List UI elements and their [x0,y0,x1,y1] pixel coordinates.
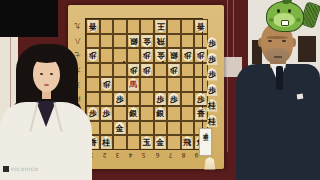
captured-pieces-stand: 歩歩歩歩桂桂 [205,37,219,127]
board-cell[interactable] [140,121,154,136]
file-label: 7 [164,152,177,159]
top-left-dark-panel [0,0,58,37]
board-cell[interactable]: 銀 [167,48,181,63]
board-cell[interactable]: 歩 [140,48,154,63]
star-point [162,61,164,63]
board-cell[interactable]: 歩 [154,92,168,107]
board-cell[interactable]: 金 [154,48,168,63]
board-cell[interactable]: 玉 [140,135,154,150]
commentator-eye [282,40,286,42]
board-cell[interactable] [127,121,141,136]
commentator-mouth [274,56,282,58]
player-name-plate-right: 後手 羽生 [199,128,212,156]
pocket-square [297,94,304,100]
shogi-piece-桂[interactable]: 桂 [206,99,218,112]
board-cell[interactable]: 金 [113,121,127,136]
board-cell[interactable] [181,121,195,136]
board-cell[interactable]: 歩 [100,77,114,92]
board-grid: 香王香銀金飛歩歩金銀歩歩歩歩歩歩馬歩歩歩歩歩歩銀銀香金香桂玉金飛角 [85,18,203,150]
board-cell[interactable] [127,48,141,63]
board-cell[interactable] [140,92,154,107]
presenter-left-bangs [28,46,65,63]
board-cell[interactable] [86,34,100,49]
board-cell[interactable] [86,92,100,107]
board-cell[interactable] [167,121,181,136]
shogi-piece-香[interactable]: 香 [87,20,99,33]
shogi-piece-銀[interactable]: 銀 [128,35,140,48]
board-cell[interactable] [100,121,114,136]
shogi-piece-玉[interactable]: 玉 [141,136,153,149]
board-cell[interactable] [100,63,114,78]
commentator-brow [266,36,288,39]
shogi-piece-金[interactable]: 金 [155,49,167,62]
file-label: 6 [151,152,164,159]
shogi-piece-歩[interactable]: 歩 [101,78,113,91]
shogi-piece-飛[interactable]: 飛 [182,136,194,149]
board-cell[interactable] [154,63,168,78]
wall-line [233,0,234,60]
shogi-piece-桂[interactable]: 桂 [101,136,113,149]
presenter-left-mouth [44,84,49,86]
presenter-left-eye [50,73,53,75]
niconico-logo-icon [3,166,9,172]
shogi-piece-桂[interactable]: 桂 [206,115,218,128]
board-cell[interactable]: 銀 [127,34,141,49]
shogi-piece-歩[interactable]: 歩 [168,93,180,106]
mascot-eye [288,9,291,13]
board-cell[interactable]: 歩 [127,63,141,78]
board-cell[interactable] [154,121,168,136]
file-label: 3 [111,152,124,159]
shogi-piece-歩[interactable]: 歩 [141,49,153,62]
star-point [123,105,125,107]
board-cell[interactable] [113,34,127,49]
file-label: 2 [98,152,111,159]
board-cell[interactable] [127,135,141,150]
shogi-piece-歩[interactable]: 歩 [168,64,180,77]
niconico-logo-text: niconico [11,165,38,172]
blank-piece-on-shelf[interactable] [204,157,216,170]
board-cell[interactable]: 馬 [127,77,141,92]
mascot-teeth [281,20,289,26]
board-cell[interactable] [167,106,181,121]
board-cell[interactable] [181,34,195,49]
board-cell[interactable] [100,19,114,34]
board-cell[interactable] [167,34,181,49]
shogi-piece-歩[interactable]: 歩 [206,53,218,66]
board-cell[interactable] [127,92,141,107]
board-cell[interactable] [181,92,195,107]
board-cell[interactable] [154,77,168,92]
shogi-piece-歩[interactable]: 歩 [87,49,99,62]
board-cell[interactable] [86,77,100,92]
board-cell[interactable] [167,19,181,34]
shogi-piece-歩[interactable]: 歩 [206,84,218,97]
shogi-piece-歩[interactable]: 歩 [141,64,153,77]
board-cell[interactable] [113,135,127,150]
board-cell[interactable] [181,106,195,121]
board-cell[interactable]: 歩 [113,92,127,107]
board-cell[interactable] [167,135,181,150]
star-point [123,61,125,63]
shogi-piece-歩[interactable]: 歩 [101,107,113,120]
broadcast-frame: 香王香銀金飛歩歩金銀歩歩歩歩歩歩馬歩歩歩歩歩歩銀銀香金香桂玉金飛角 123456… [0,0,320,180]
board-cell[interactable] [181,77,195,92]
mascot-hand [296,18,301,22]
board-cell[interactable]: 歩 [140,63,154,78]
shogi-piece-馬[interactable]: 馬 [128,78,140,91]
shogi-piece-金[interactable]: 金 [141,35,153,48]
board-cell[interactable] [113,77,127,92]
board-cell[interactable] [181,63,195,78]
board-cell[interactable]: 飛 [181,135,195,150]
board-cell[interactable]: 金 [140,34,154,49]
shogi-piece-歩[interactable]: 歩 [155,93,167,106]
board-cell[interactable]: 歩 [100,106,114,121]
board-cell[interactable] [181,19,195,34]
board-cell[interactable] [140,19,154,34]
board-cell[interactable] [113,106,127,121]
shogi-piece-香[interactable]: 香 [195,20,207,33]
shogi-piece-歩[interactable]: 歩 [206,68,218,81]
mascot-hand [269,18,274,22]
board-cell[interactable]: 飛 [154,34,168,49]
file-label: 5 [137,152,150,159]
shogi-piece-銀[interactable]: 銀 [128,107,140,120]
shogi-piece-銀[interactable]: 銀 [155,107,167,120]
shogi-piece-飛[interactable]: 飛 [155,35,167,48]
board-cell[interactable]: 桂 [100,135,114,150]
shogi-piece-歩[interactable]: 歩 [182,49,194,62]
board-cell[interactable]: 銀 [154,106,168,121]
board-cell[interactable] [167,77,181,92]
star-point [162,105,164,107]
commentator-tie [276,66,283,90]
mascot-eye [277,9,280,13]
shogi-piece-歩[interactable]: 歩 [128,64,140,77]
board-cell[interactable] [100,92,114,107]
shogi-piece-歩[interactable]: 歩 [114,93,126,106]
board-cell[interactable]: 歩 [181,48,195,63]
board-cell[interactable]: 王 [154,19,168,34]
board-cell[interactable]: 金 [154,135,168,150]
board-cell[interactable] [127,19,141,34]
presenter-left-eye [40,73,43,75]
board-cell[interactable]: 歩 [167,63,181,78]
board-cell[interactable]: 銀 [127,106,141,121]
board-cell[interactable]: 香 [86,19,100,34]
file-label: 8 [177,152,190,159]
board-cell[interactable]: 歩 [167,92,181,107]
shogi-piece-銀[interactable]: 銀 [168,49,180,62]
board-cell[interactable] [140,106,154,121]
commentator-eye [268,40,272,42]
rank-label: 九 [72,18,83,33]
file-label: 4 [124,152,137,159]
board-cell[interactable] [113,63,127,78]
board-cell[interactable] [140,77,154,92]
board-cell[interactable]: 歩 [86,48,100,63]
board-cell[interactable]: 香 [194,19,208,34]
shogi-piece-王[interactable]: 王 [155,20,167,33]
board-cell[interactable] [100,48,114,63]
shogi-piece-歩[interactable]: 歩 [206,37,218,50]
shogi-piece-金[interactable]: 金 [114,122,126,135]
file-labels: 123456789 [85,152,203,159]
board-cell[interactable] [100,34,114,49]
niconico-watermark: niconico [3,165,38,172]
wall-panel-block [298,36,316,62]
shogi-piece-金[interactable]: 金 [155,136,167,149]
board-cell[interactable] [113,19,127,34]
board-cell[interactable] [86,63,100,78]
rank-label: 八 [72,33,83,48]
